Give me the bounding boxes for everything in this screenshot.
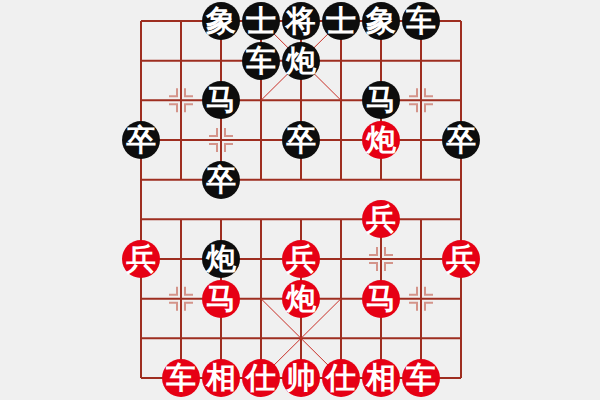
red-horse[interactable]: 马 [202,280,240,318]
point-c8-r5 [441,199,481,239]
point-c6-r8 [361,318,401,358]
point-c2-r5 [201,199,241,239]
point-c4-r0: 将 [281,1,321,41]
point-c4-r7: 炮 [281,279,321,319]
point-c6-r3: 炮 [361,120,401,160]
black-advisor[interactable]: 士 [322,2,360,40]
point-c8-r6: 兵 [441,239,481,279]
point-c2-r0: 象 [201,1,241,41]
point-c4-r2 [281,80,321,120]
point-c7-r2 [401,80,441,120]
xiangqi-board-screen: 象士将士象车车炮马马卒卒炮卒卒兵兵炮兵兵马炮马车相仕帅仕相车 [0,0,600,400]
point-c0-r1 [121,41,161,81]
red-soldier[interactable]: 兵 [122,240,160,278]
point-c6-r0: 象 [361,1,401,41]
point-c4-r8 [281,318,321,358]
black-cannon[interactable]: 炮 [282,42,320,80]
red-elephant[interactable]: 相 [362,359,400,397]
point-c7-r8 [401,318,441,358]
point-c4-r1: 炮 [281,41,321,81]
point-c4-r5 [281,199,321,239]
point-c0-r7 [121,279,161,319]
red-general[interactable]: 帅 [282,359,320,397]
red-cannon[interactable]: 炮 [282,280,320,318]
point-c0-r3: 卒 [121,120,161,160]
point-c0-r4 [121,160,161,200]
point-c6-r5: 兵 [361,199,401,239]
point-c2-r4: 卒 [201,160,241,200]
point-c7-r4 [401,160,441,200]
point-c7-r0: 车 [401,1,441,41]
point-c7-r7 [401,279,441,319]
black-horse[interactable]: 马 [362,81,400,119]
point-c8-r8 [441,318,481,358]
point-c3-r9: 仕 [241,358,281,398]
point-c1-r4 [161,160,201,200]
point-c5-r0: 士 [321,1,361,41]
red-advisor[interactable]: 仕 [242,359,280,397]
point-c3-r3 [241,120,281,160]
point-c0-r5 [121,199,161,239]
point-c1-r6 [161,239,201,279]
point-c0-r8 [121,318,161,358]
black-soldier[interactable]: 卒 [122,121,160,159]
point-c7-r9: 车 [401,358,441,398]
point-c7-r5 [401,199,441,239]
point-c8-r9 [441,358,481,398]
point-c0-r0 [121,1,161,41]
point-c2-r3 [201,120,241,160]
point-c2-r9: 相 [201,358,241,398]
xiangqi-board: 象士将士象车车炮马马卒卒炮卒卒兵兵炮兵兵马炮马车相仕帅仕相车 [121,1,481,398]
point-c3-r4 [241,160,281,200]
point-c0-r2 [121,80,161,120]
point-c5-r5 [321,199,361,239]
point-c1-r5 [161,199,201,239]
point-c5-r1 [321,41,361,81]
point-c2-r2: 马 [201,80,241,120]
point-c1-r8 [161,318,201,358]
point-c1-r3 [161,120,201,160]
point-c2-r7: 马 [201,279,241,319]
point-c6-r7: 马 [361,279,401,319]
point-c3-r7 [241,279,281,319]
point-c5-r9: 仕 [321,358,361,398]
point-c3-r0: 士 [241,1,281,41]
point-c2-r8 [201,318,241,358]
point-c8-r7 [441,279,481,319]
point-c6-r2: 马 [361,80,401,120]
point-c8-r2 [441,80,481,120]
red-chariot[interactable]: 车 [162,359,200,397]
red-elephant[interactable]: 相 [202,359,240,397]
red-soldier[interactable]: 兵 [442,240,480,278]
point-c6-r9: 相 [361,358,401,398]
point-c2-r1 [201,41,241,81]
point-c7-r6 [401,239,441,279]
point-c6-r1 [361,41,401,81]
point-c3-r8 [241,318,281,358]
black-elephant[interactable]: 象 [362,2,400,40]
red-soldier[interactable]: 兵 [362,200,400,238]
black-elephant[interactable]: 象 [202,2,240,40]
black-horse[interactable]: 马 [202,81,240,119]
point-c4-r9: 帅 [281,358,321,398]
point-c3-r1: 车 [241,41,281,81]
red-advisor[interactable]: 仕 [322,359,360,397]
point-c5-r8 [321,318,361,358]
red-soldier[interactable]: 兵 [282,240,320,278]
point-c6-r4 [361,160,401,200]
black-general[interactable]: 将 [282,2,320,40]
point-c5-r6 [321,239,361,279]
black-chariot[interactable]: 车 [402,2,440,40]
point-c4-r6: 兵 [281,239,321,279]
black-soldier[interactable]: 卒 [282,121,320,159]
point-c3-r2 [241,80,281,120]
point-c0-r6: 兵 [121,239,161,279]
black-soldier[interactable]: 卒 [442,121,480,159]
point-c1-r1 [161,41,201,81]
point-c5-r2 [321,80,361,120]
point-c8-r1 [441,41,481,81]
black-advisor[interactable]: 士 [242,2,280,40]
point-c8-r3: 卒 [441,120,481,160]
black-chariot[interactable]: 车 [242,42,280,80]
point-c4-r3: 卒 [281,120,321,160]
point-c7-r1 [401,41,441,81]
red-cannon[interactable]: 炮 [362,121,400,159]
point-c8-r0 [441,1,481,41]
point-c6-r6 [361,239,401,279]
point-c1-r7 [161,279,201,319]
red-chariot[interactable]: 车 [402,359,440,397]
point-c0-r9 [121,358,161,398]
point-c3-r5 [241,199,281,239]
point-c5-r3 [321,120,361,160]
point-c1-r0 [161,1,201,41]
point-c1-r2 [161,80,201,120]
black-soldier[interactable]: 卒 [202,161,240,199]
point-c1-r9: 车 [161,358,201,398]
red-horse[interactable]: 马 [362,280,400,318]
point-c8-r4 [441,160,481,200]
point-c5-r7 [321,279,361,319]
black-cannon[interactable]: 炮 [202,240,240,278]
point-c4-r4 [281,160,321,200]
point-c7-r3 [401,120,441,160]
point-c2-r6: 炮 [201,239,241,279]
point-c3-r6 [241,239,281,279]
point-c5-r4 [321,160,361,200]
